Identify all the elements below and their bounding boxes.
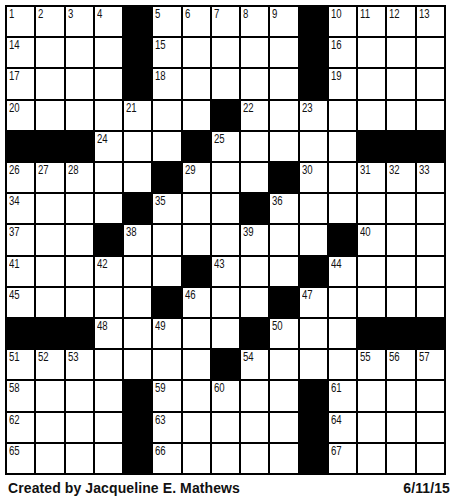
clue-number: 57 (419, 350, 430, 364)
grid-cell[interactable] (387, 413, 414, 442)
grid-cell[interactable] (358, 381, 385, 410)
block-cell (417, 319, 444, 348)
grid-cell[interactable]: 55 (358, 350, 385, 379)
grid-cell[interactable]: 66 (153, 444, 180, 473)
grid-cell[interactable] (183, 69, 210, 98)
clue-number: 60 (214, 381, 225, 395)
grid-cell[interactable] (66, 288, 93, 317)
grid-cell[interactable] (183, 381, 210, 410)
grid-cell[interactable] (153, 101, 180, 130)
crossword-grid: 1234567891011121314151617181920212223242… (5, 5, 446, 475)
clue-number: 17 (9, 69, 20, 83)
grid-cell[interactable] (241, 413, 268, 442)
grid-cell[interactable] (358, 101, 385, 130)
block-cell (300, 38, 327, 67)
grid-cell[interactable]: 48 (95, 319, 122, 348)
grid-cell[interactable]: 49 (153, 319, 180, 348)
grid-cell[interactable]: 40 (358, 225, 385, 254)
grid-cell[interactable]: 52 (36, 350, 63, 379)
clue-number: 62 (9, 413, 20, 427)
grid-cell[interactable]: 21 (124, 101, 151, 130)
grid-cell[interactable]: 8 (241, 7, 268, 36)
grid-cell[interactable] (241, 444, 268, 473)
grid-cell[interactable] (212, 444, 239, 473)
grid-cell[interactable] (270, 132, 297, 161)
grid-cell[interactable] (36, 38, 63, 67)
clue-number: 51 (9, 350, 20, 364)
grid-cell[interactable] (36, 69, 63, 98)
clue-number: 15 (155, 38, 166, 52)
grid-cell[interactable] (329, 163, 356, 192)
grid-cell[interactable]: 44 (329, 257, 356, 286)
clue-number: 28 (68, 163, 79, 177)
grid-cell[interactable] (36, 101, 63, 130)
clue-number: 33 (419, 163, 430, 177)
block-cell (270, 288, 297, 317)
grid-cell[interactable] (95, 413, 122, 442)
clue-number: 16 (331, 38, 342, 52)
grid-cell[interactable]: 46 (183, 288, 210, 317)
grid-cell[interactable]: 67 (329, 444, 356, 473)
credit-text: Created by Jacqueline E. Mathews (8, 480, 240, 496)
block-cell (241, 194, 268, 223)
grid-cell[interactable] (358, 194, 385, 223)
grid-cell[interactable] (183, 194, 210, 223)
grid-cell[interactable] (329, 194, 356, 223)
grid-cell[interactable] (270, 69, 297, 98)
grid-cell[interactable] (417, 225, 444, 254)
grid-cell[interactable]: 27 (36, 163, 63, 192)
grid-cell[interactable]: 65 (7, 444, 34, 473)
grid-cell[interactable] (36, 288, 63, 317)
grid-cell[interactable]: 57 (417, 350, 444, 379)
grid-cell[interactable] (95, 288, 122, 317)
grid-cell[interactable]: 1 (7, 7, 34, 36)
grid-cell[interactable]: 60 (212, 381, 239, 410)
grid-cell[interactable]: 45 (7, 288, 34, 317)
grid-cell[interactable] (270, 225, 297, 254)
block-cell (329, 225, 356, 254)
grid-cell[interactable]: 36 (270, 194, 297, 223)
clue-number: 13 (419, 7, 430, 21)
grid-cell[interactable] (183, 413, 210, 442)
grid-cell[interactable]: 6 (183, 7, 210, 36)
grid-cell[interactable] (300, 225, 327, 254)
block-cell (124, 444, 151, 473)
grid-cell[interactable]: 2 (36, 7, 63, 36)
clue-number: 21 (126, 101, 137, 115)
grid-cell[interactable]: 23 (300, 101, 327, 130)
grid-cell[interactable] (329, 132, 356, 161)
clue-number: 54 (243, 350, 254, 364)
grid-cell[interactable] (95, 194, 122, 223)
clue-number: 52 (38, 350, 49, 364)
block-cell (124, 7, 151, 36)
grid-cell[interactable] (417, 288, 444, 317)
clue-number: 32 (389, 163, 400, 177)
clue-number: 6 (185, 7, 190, 21)
grid-cell[interactable] (183, 319, 210, 348)
clue-number: 1 (9, 7, 14, 21)
clue-number: 44 (331, 257, 342, 271)
grid-cell[interactable]: 25 (212, 132, 239, 161)
clue-number: 42 (97, 257, 108, 271)
clue-number: 38 (126, 225, 137, 239)
grid-cell[interactable]: 28 (66, 163, 93, 192)
grid-cell[interactable]: 32 (387, 163, 414, 192)
clue-number: 49 (155, 319, 166, 333)
clue-number: 56 (389, 350, 400, 364)
clue-number: 23 (302, 101, 313, 115)
grid-cell[interactable]: 20 (7, 101, 34, 130)
grid-cell[interactable]: 29 (183, 163, 210, 192)
clue-number: 36 (272, 194, 283, 208)
block-cell (7, 132, 34, 161)
grid-cell[interactable] (212, 194, 239, 223)
block-cell (153, 288, 180, 317)
grid-cell[interactable] (36, 257, 63, 286)
grid-cell[interactable]: 43 (212, 257, 239, 286)
grid-cell[interactable] (36, 444, 63, 473)
grid-cell[interactable] (66, 225, 93, 254)
grid-cell[interactable] (95, 38, 122, 67)
grid-cell[interactable] (212, 163, 239, 192)
grid-cell[interactable] (95, 163, 122, 192)
grid-cell[interactable]: 14 (7, 38, 34, 67)
clue-number: 64 (331, 413, 342, 427)
clue-number: 61 (331, 381, 342, 395)
grid-cell[interactable] (241, 381, 268, 410)
grid-cell[interactable]: 31 (358, 163, 385, 192)
grid-cell[interactable]: 38 (124, 225, 151, 254)
clue-number: 3 (68, 7, 73, 21)
grid-cell[interactable] (417, 69, 444, 98)
grid-cell[interactable]: 3 (66, 7, 93, 36)
block-cell (417, 132, 444, 161)
grid-cell[interactable] (300, 132, 327, 161)
grid-cell[interactable] (36, 381, 63, 410)
block-cell (36, 319, 63, 348)
block-cell (358, 319, 385, 348)
block-cell (358, 132, 385, 161)
grid-cell[interactable] (95, 69, 122, 98)
clue-number: 27 (38, 163, 49, 177)
clue-number: 43 (214, 257, 225, 271)
grid-cell[interactable] (300, 350, 327, 379)
block-cell (270, 163, 297, 192)
clue-number: 12 (389, 7, 400, 21)
grid-cell[interactable]: 24 (95, 132, 122, 161)
grid-cell[interactable]: 62 (7, 413, 34, 442)
clue-number: 11 (360, 7, 370, 21)
grid-cell[interactable] (36, 225, 63, 254)
clue-number: 26 (9, 163, 20, 177)
grid-cell[interactable] (212, 413, 239, 442)
grid-cell[interactable] (387, 38, 414, 67)
grid-cell[interactable]: 64 (329, 413, 356, 442)
block-cell (387, 132, 414, 161)
grid-cell[interactable]: 34 (7, 194, 34, 223)
grid-cell[interactable]: 19 (329, 69, 356, 98)
grid-cell[interactable] (95, 444, 122, 473)
grid-cell[interactable]: 17 (7, 69, 34, 98)
grid-cell[interactable] (417, 413, 444, 442)
grid-cell[interactable]: 33 (417, 163, 444, 192)
clue-number: 22 (243, 101, 254, 115)
date-text: 6/11/15 (403, 480, 450, 496)
crossword-page: 1234567891011121314151617181920212223242… (0, 0, 460, 500)
grid-cell[interactable] (358, 257, 385, 286)
clue-number: 48 (97, 319, 108, 333)
grid-cell[interactable] (241, 288, 268, 317)
clue-number: 29 (185, 163, 196, 177)
grid-cell[interactable]: 7 (212, 7, 239, 36)
grid-cell[interactable] (270, 257, 297, 286)
grid-cell[interactable] (95, 101, 122, 130)
grid-cell[interactable] (124, 288, 151, 317)
block-cell (212, 101, 239, 130)
grid-cell[interactable]: 11 (358, 7, 385, 36)
grid-cell[interactable]: 35 (153, 194, 180, 223)
clue-number: 18 (155, 69, 166, 83)
clue-number: 8 (243, 7, 248, 21)
grid-cell[interactable]: 42 (95, 257, 122, 286)
grid-cell[interactable] (270, 381, 297, 410)
block-cell (183, 132, 210, 161)
grid-cell[interactable] (153, 225, 180, 254)
grid-cell[interactable] (183, 101, 210, 130)
block-cell (7, 319, 34, 348)
grid-cell[interactable] (387, 257, 414, 286)
clue-number: 45 (9, 288, 20, 302)
clue-number: 7 (214, 7, 219, 21)
clue-number: 31 (360, 163, 371, 177)
grid-cell[interactable] (95, 381, 122, 410)
grid-cell[interactable] (417, 101, 444, 130)
grid-cell[interactable] (358, 38, 385, 67)
grid-cell[interactable]: 18 (153, 69, 180, 98)
grid-cell[interactable] (329, 319, 356, 348)
grid-cell[interactable] (270, 413, 297, 442)
grid-cell[interactable] (153, 132, 180, 161)
clue-number: 34 (9, 194, 20, 208)
grid-cell[interactable] (124, 163, 151, 192)
clue-number: 35 (155, 194, 166, 208)
grid-cell[interactable] (417, 257, 444, 286)
grid-cell[interactable] (329, 288, 356, 317)
grid-cell[interactable] (241, 69, 268, 98)
grid-cell[interactable] (358, 288, 385, 317)
block-cell (124, 194, 151, 223)
grid-cell[interactable] (387, 381, 414, 410)
clue-number: 63 (155, 413, 166, 427)
block-cell (124, 381, 151, 410)
block-cell (387, 319, 414, 348)
grid-cell[interactable] (270, 38, 297, 67)
grid-cell[interactable]: 50 (270, 319, 297, 348)
grid-cell[interactable] (212, 288, 239, 317)
grid-cell[interactable]: 53 (66, 350, 93, 379)
grid-cell[interactable]: 37 (7, 225, 34, 254)
grid-cell[interactable]: 30 (300, 163, 327, 192)
block-cell (124, 38, 151, 67)
grid-cell[interactable] (270, 101, 297, 130)
clue-number: 5 (155, 7, 160, 21)
grid-cell[interactable] (66, 194, 93, 223)
block-cell (66, 319, 93, 348)
grid-cell[interactable] (153, 257, 180, 286)
grid-cell[interactable]: 51 (7, 350, 34, 379)
grid-cell[interactable] (66, 444, 93, 473)
block-cell (36, 132, 63, 161)
grid-cell[interactable] (124, 257, 151, 286)
grid-cell[interactable] (358, 413, 385, 442)
grid-cell[interactable] (387, 288, 414, 317)
clue-number: 30 (302, 163, 313, 177)
grid-cell[interactable] (300, 319, 327, 348)
clue-number: 59 (155, 381, 166, 395)
block-cell (153, 163, 180, 192)
grid-cell[interactable]: 56 (387, 350, 414, 379)
grid-cell[interactable] (329, 101, 356, 130)
block-cell (300, 381, 327, 410)
grid-cell[interactable] (212, 38, 239, 67)
block-cell (241, 319, 268, 348)
clue-number: 39 (243, 225, 254, 239)
block-cell (183, 257, 210, 286)
clue-number: 46 (185, 288, 196, 302)
block-cell (300, 69, 327, 98)
grid-cell[interactable] (36, 413, 63, 442)
clue-number: 40 (360, 225, 371, 239)
grid-cell[interactable]: 16 (329, 38, 356, 67)
grid-cell[interactable] (183, 444, 210, 473)
grid-cell[interactable] (183, 225, 210, 254)
grid-cell[interactable] (212, 225, 239, 254)
grid-cell[interactable] (183, 350, 210, 379)
clue-number: 24 (97, 132, 108, 146)
clue-number: 66 (155, 444, 166, 458)
grid-cell[interactable] (66, 38, 93, 67)
grid-cell[interactable] (387, 101, 414, 130)
grid-cell[interactable] (241, 132, 268, 161)
grid-cell[interactable]: 22 (241, 101, 268, 130)
clue-number: 25 (214, 132, 225, 146)
grid-cell[interactable] (153, 350, 180, 379)
grid-cell[interactable]: 58 (7, 381, 34, 410)
block-cell (300, 444, 327, 473)
grid-cell[interactable] (270, 444, 297, 473)
clue-number: 10 (331, 7, 342, 21)
grid-cell[interactable] (124, 319, 151, 348)
grid-cell[interactable]: 12 (387, 7, 414, 36)
grid-cell[interactable] (36, 194, 63, 223)
footer: Created by Jacqueline E. Mathews 6/11/15 (8, 480, 450, 496)
block-cell (300, 257, 327, 286)
grid-cell[interactable]: 10 (329, 7, 356, 36)
clue-number: 41 (9, 257, 20, 271)
grid-cell[interactable] (387, 194, 414, 223)
grid-cell[interactable] (66, 257, 93, 286)
grid-cell[interactable] (387, 225, 414, 254)
grid-cell[interactable] (66, 413, 93, 442)
grid-cell[interactable]: 39 (241, 225, 268, 254)
grid-cell[interactable] (212, 319, 239, 348)
clue-number: 19 (331, 69, 342, 83)
grid-cell[interactable] (300, 194, 327, 223)
clue-number: 65 (9, 444, 20, 458)
grid-cell[interactable] (95, 350, 122, 379)
block-cell (124, 413, 151, 442)
block-cell (300, 413, 327, 442)
clue-number: 20 (9, 101, 20, 115)
grid-cell[interactable] (241, 38, 268, 67)
grid-cell[interactable] (417, 194, 444, 223)
block-cell (95, 225, 122, 254)
clue-number: 55 (360, 350, 371, 364)
grid-cell[interactable] (241, 163, 268, 192)
clue-number: 9 (272, 7, 277, 21)
grid-cell[interactable] (270, 350, 297, 379)
block-cell (124, 69, 151, 98)
grid-cell[interactable] (417, 444, 444, 473)
clue-number: 14 (9, 38, 20, 52)
clue-number: 67 (331, 444, 342, 458)
grid-cell[interactable] (358, 69, 385, 98)
grid-cell[interactable]: 26 (7, 163, 34, 192)
grid-cell[interactable]: 63 (153, 413, 180, 442)
grid-cell[interactable]: 41 (7, 257, 34, 286)
grid-cell[interactable] (417, 381, 444, 410)
grid-cell[interactable]: 9 (270, 7, 297, 36)
block-cell (66, 132, 93, 161)
grid-cell[interactable] (183, 38, 210, 67)
clue-number: 53 (68, 350, 79, 364)
grid-cell[interactable] (124, 132, 151, 161)
grid-cell[interactable] (66, 69, 93, 98)
grid-cell[interactable] (417, 38, 444, 67)
clue-number: 37 (9, 225, 20, 239)
grid-cell[interactable] (212, 69, 239, 98)
grid-cell[interactable] (66, 101, 93, 130)
grid-cell[interactable] (124, 350, 151, 379)
grid-cell[interactable]: 15 (153, 38, 180, 67)
clue-number: 4 (97, 7, 102, 21)
grid-cell[interactable]: 61 (329, 381, 356, 410)
grid-cell[interactable]: 54 (241, 350, 268, 379)
grid-cell[interactable]: 5 (153, 7, 180, 36)
clue-number: 47 (302, 288, 313, 302)
clue-number: 50 (272, 319, 283, 333)
grid-cell[interactable] (241, 257, 268, 286)
grid-cell[interactable] (329, 350, 356, 379)
grid-cell[interactable] (387, 69, 414, 98)
grid-cell[interactable]: 47 (300, 288, 327, 317)
grid-cell[interactable]: 59 (153, 381, 180, 410)
grid-cell[interactable] (358, 444, 385, 473)
block-cell (300, 7, 327, 36)
grid-cell[interactable] (387, 444, 414, 473)
grid-cell[interactable] (66, 381, 93, 410)
clue-number: 2 (38, 7, 43, 21)
grid-cell[interactable]: 13 (417, 7, 444, 36)
grid-cell[interactable]: 4 (95, 7, 122, 36)
clue-number: 58 (9, 381, 20, 395)
block-cell (212, 350, 239, 379)
